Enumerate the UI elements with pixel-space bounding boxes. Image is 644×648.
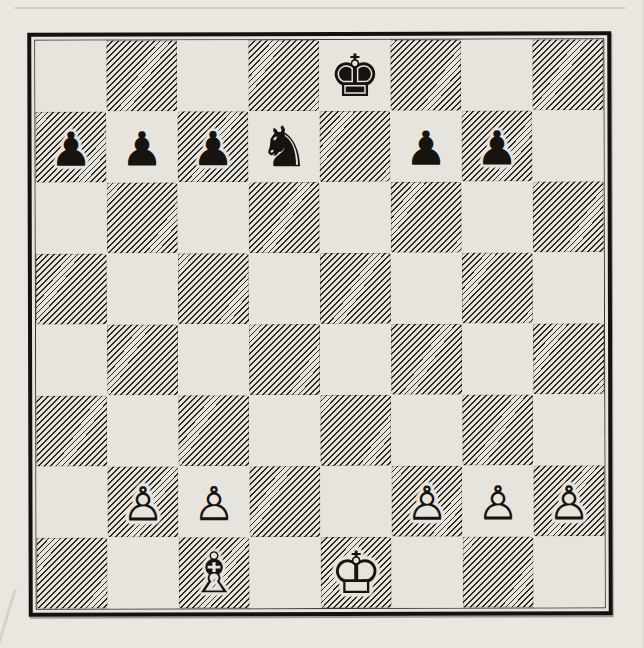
piece-white-bishop[interactable]: ♗ [179, 537, 250, 608]
square-a2[interactable] [36, 467, 107, 538]
piece-white-pawn[interactable]: ♙ [533, 467, 604, 536]
square-d5[interactable] [249, 253, 320, 324]
square-h8[interactable] [532, 39, 603, 110]
square-b1[interactable] [108, 537, 179, 608]
square-f8[interactable] [390, 40, 461, 111]
square-a3[interactable] [36, 396, 107, 467]
square-d7[interactable]: ♞ [248, 111, 319, 182]
square-e7[interactable] [319, 111, 390, 182]
square-h4[interactable] [533, 323, 604, 394]
scanned-page: ♚♟♟♟♞♟♟♟♙♟♙♟♙♟♙♟♙♗♚♔ [0, 0, 644, 648]
square-f3[interactable] [391, 395, 462, 466]
square-c3[interactable] [178, 395, 249, 466]
square-g4[interactable] [462, 323, 533, 394]
square-e4[interactable] [320, 324, 391, 395]
square-e2[interactable] [320, 466, 391, 537]
square-f6[interactable] [391, 182, 462, 253]
square-b7[interactable]: ♟ [106, 111, 177, 182]
square-b8[interactable] [106, 40, 177, 111]
square-f2[interactable]: ♟♙ [391, 466, 462, 537]
square-b3[interactable] [107, 395, 178, 466]
square-e5[interactable] [320, 253, 391, 324]
square-e8[interactable]: ♚ [319, 40, 390, 111]
piece-black-pawn[interactable]: ♟ [35, 114, 106, 183]
square-a7[interactable]: ♟ [35, 112, 106, 183]
square-h1[interactable] [534, 536, 605, 607]
square-e3[interactable] [320, 395, 391, 466]
square-g3[interactable] [462, 394, 533, 465]
board-frame: ♚♟♟♟♞♟♟♟♙♟♙♟♙♟♙♟♙♗♚♔ [27, 31, 613, 617]
square-g6[interactable] [462, 181, 533, 252]
square-b2[interactable]: ♟♙ [107, 466, 178, 537]
square-d8[interactable] [248, 40, 319, 111]
square-c8[interactable] [177, 40, 248, 111]
piece-white-king[interactable]: ♔ [321, 537, 392, 608]
square-g7[interactable]: ♟ [461, 110, 532, 181]
piece-black-pawn[interactable]: ♟ [106, 113, 177, 182]
square-a8[interactable] [35, 41, 106, 112]
square-g8[interactable] [461, 39, 532, 110]
square-b4[interactable] [107, 324, 178, 395]
square-h6[interactable] [533, 181, 604, 252]
square-b6[interactable] [107, 182, 178, 253]
chessboard: ♚♟♟♟♞♟♟♟♙♟♙♟♙♟♙♟♙♗♚♔ [35, 39, 604, 608]
square-c7[interactable]: ♟ [177, 111, 248, 182]
square-a1[interactable] [37, 538, 108, 609]
square-a5[interactable] [36, 254, 107, 325]
piece-black-king[interactable]: ♚ [319, 40, 390, 111]
piece-white-pawn[interactable]: ♙ [107, 468, 178, 537]
square-e1[interactable]: ♚♔ [321, 537, 392, 608]
square-a6[interactable] [36, 183, 107, 254]
piece-white-pawn[interactable]: ♙ [178, 468, 249, 537]
square-d6[interactable] [249, 182, 320, 253]
square-d2[interactable] [249, 466, 320, 537]
square-f7[interactable]: ♟ [390, 111, 461, 182]
square-c1[interactable]: ♗ [179, 537, 250, 608]
square-c5[interactable] [178, 253, 249, 324]
board-inner-rule: ♚♟♟♟♞♟♟♟♙♟♙♟♙♟♙♟♙♗♚♔ [34, 38, 605, 609]
square-c2[interactable]: ♟♙ [178, 466, 249, 537]
scan-artifact-page-curl [0, 589, 17, 648]
square-f4[interactable] [391, 324, 462, 395]
piece-black-pawn[interactable]: ♟ [390, 113, 461, 182]
square-h7[interactable] [532, 110, 603, 181]
square-g5[interactable] [462, 252, 533, 323]
piece-white-pawn[interactable]: ♙ [391, 468, 462, 537]
square-h3[interactable] [533, 394, 604, 465]
square-e6[interactable] [320, 182, 391, 253]
square-c4[interactable] [178, 324, 249, 395]
square-c6[interactable] [178, 182, 249, 253]
square-h5[interactable] [533, 252, 604, 323]
square-d3[interactable] [249, 395, 320, 466]
square-d4[interactable] [249, 324, 320, 395]
square-g1[interactable] [463, 536, 534, 607]
scan-artifact-top-line [14, 7, 626, 9]
square-a4[interactable] [36, 325, 107, 396]
piece-white-pawn[interactable]: ♙ [462, 467, 533, 536]
square-h2[interactable]: ♟♙ [533, 465, 604, 536]
piece-black-knight[interactable]: ♞ [248, 111, 319, 182]
piece-black-pawn[interactable]: ♟ [177, 113, 248, 182]
square-d1[interactable] [250, 537, 321, 608]
square-f5[interactable] [391, 253, 462, 324]
square-g2[interactable]: ♟♙ [462, 465, 533, 536]
square-b5[interactable] [107, 253, 178, 324]
piece-black-pawn[interactable]: ♟ [461, 112, 532, 181]
square-f1[interactable] [392, 537, 463, 608]
